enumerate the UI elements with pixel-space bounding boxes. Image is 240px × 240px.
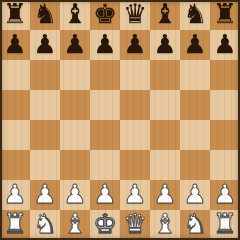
square-b4[interactable]	[30, 120, 60, 150]
piece-black-knight[interactable]: ♞	[183, 0, 207, 29]
square-e5[interactable]	[120, 90, 150, 120]
square-d8[interactable]: ♚	[90, 0, 120, 30]
square-b7[interactable]: ♟	[30, 30, 60, 60]
piece-black-pawn[interactable]: ♟	[123, 29, 146, 59]
piece-black-pawn[interactable]: ♟	[3, 29, 26, 59]
square-b3[interactable]	[30, 150, 60, 180]
square-c6[interactable]	[60, 60, 90, 90]
square-g4[interactable]	[180, 120, 210, 150]
square-c7[interactable]: ♟	[60, 30, 90, 60]
square-c8[interactable]: ♝	[60, 0, 90, 30]
square-a1[interactable]: ♜	[0, 210, 30, 240]
piece-white-pawn[interactable]: ♟	[183, 179, 206, 209]
piece-black-bishop[interactable]: ♝	[63, 0, 87, 29]
square-g7[interactable]: ♟	[180, 30, 210, 60]
piece-black-bishop[interactable]: ♝	[153, 0, 177, 29]
square-g6[interactable]	[180, 60, 210, 90]
square-a8[interactable]: ♜	[0, 0, 30, 30]
piece-black-king[interactable]: ♚	[93, 0, 117, 29]
piece-black-pawn[interactable]: ♟	[183, 29, 206, 59]
square-f4[interactable]	[150, 120, 180, 150]
square-e7[interactable]: ♟	[120, 30, 150, 60]
piece-white-pawn[interactable]: ♟	[213, 179, 236, 209]
piece-black-rook[interactable]: ♜	[213, 0, 237, 29]
square-g2[interactable]: ♟	[180, 180, 210, 210]
piece-white-pawn[interactable]: ♟	[63, 179, 86, 209]
piece-white-bishop[interactable]: ♝	[63, 209, 87, 239]
piece-white-knight[interactable]: ♞	[33, 209, 57, 239]
piece-black-rook[interactable]: ♜	[3, 0, 27, 29]
square-f1[interactable]: ♝	[150, 210, 180, 240]
piece-white-pawn[interactable]: ♟	[93, 179, 116, 209]
square-f3[interactable]	[150, 150, 180, 180]
square-e3[interactable]	[120, 150, 150, 180]
square-f6[interactable]	[150, 60, 180, 90]
square-g3[interactable]	[180, 150, 210, 180]
square-b6[interactable]	[30, 60, 60, 90]
piece-white-rook[interactable]: ♜	[3, 209, 27, 239]
square-a2[interactable]: ♟	[0, 180, 30, 210]
square-f2[interactable]: ♟	[150, 180, 180, 210]
square-d3[interactable]	[90, 150, 120, 180]
square-d5[interactable]	[90, 90, 120, 120]
square-b8[interactable]: ♞	[30, 0, 60, 30]
piece-black-pawn[interactable]: ♟	[63, 29, 86, 59]
square-a4[interactable]	[0, 120, 30, 150]
piece-white-pawn[interactable]: ♟	[33, 179, 56, 209]
square-c5[interactable]	[60, 90, 90, 120]
piece-white-pawn[interactable]: ♟	[3, 179, 26, 209]
piece-black-knight[interactable]: ♞	[33, 0, 57, 29]
piece-white-pawn[interactable]: ♟	[123, 179, 146, 209]
piece-black-pawn[interactable]: ♟	[213, 29, 236, 59]
square-h3[interactable]	[210, 150, 240, 180]
chess-board-area: ♜♞♝♚♛♝♞♜♟♟♟♟♟♟♟♟♟♟♟♟♟♟♟♟♜♞♝♚♛♝♞♜	[0, 0, 240, 240]
square-e4[interactable]	[120, 120, 150, 150]
piece-white-king[interactable]: ♚	[93, 209, 117, 239]
piece-white-bishop[interactable]: ♝	[153, 209, 177, 239]
square-h6[interactable]	[210, 60, 240, 90]
square-f5[interactable]	[150, 90, 180, 120]
chess-board: ♜♞♝♚♛♝♞♜♟♟♟♟♟♟♟♟♟♟♟♟♟♟♟♟♜♞♝♚♛♝♞♜	[0, 0, 240, 240]
square-d1[interactable]: ♚	[90, 210, 120, 240]
square-c4[interactable]	[60, 120, 90, 150]
square-d7[interactable]: ♟	[90, 30, 120, 60]
square-f7[interactable]: ♟	[150, 30, 180, 60]
piece-black-pawn[interactable]: ♟	[153, 29, 176, 59]
piece-white-queen[interactable]: ♛	[123, 209, 147, 239]
square-a5[interactable]	[0, 90, 30, 120]
square-a3[interactable]	[0, 150, 30, 180]
piece-black-pawn[interactable]: ♟	[93, 29, 116, 59]
square-e1[interactable]: ♛	[120, 210, 150, 240]
square-e8[interactable]: ♛	[120, 0, 150, 30]
square-c2[interactable]: ♟	[60, 180, 90, 210]
square-g5[interactable]	[180, 90, 210, 120]
square-b2[interactable]: ♟	[30, 180, 60, 210]
square-h2[interactable]: ♟	[210, 180, 240, 210]
square-f8[interactable]: ♝	[150, 0, 180, 30]
square-h4[interactable]	[210, 120, 240, 150]
piece-white-rook[interactable]: ♜	[213, 209, 237, 239]
square-c1[interactable]: ♝	[60, 210, 90, 240]
square-c3[interactable]	[60, 150, 90, 180]
square-h8[interactable]: ♜	[210, 0, 240, 30]
piece-black-queen[interactable]: ♛	[123, 0, 147, 29]
square-b1[interactable]: ♞	[30, 210, 60, 240]
square-h1[interactable]: ♜	[210, 210, 240, 240]
square-b5[interactable]	[30, 90, 60, 120]
piece-white-knight[interactable]: ♞	[183, 209, 207, 239]
square-a6[interactable]	[0, 60, 30, 90]
square-d6[interactable]	[90, 60, 120, 90]
square-d2[interactable]: ♟	[90, 180, 120, 210]
square-h7[interactable]: ♟	[210, 30, 240, 60]
square-e2[interactable]: ♟	[120, 180, 150, 210]
piece-black-pawn[interactable]: ♟	[33, 29, 56, 59]
square-g1[interactable]: ♞	[180, 210, 210, 240]
square-a7[interactable]: ♟	[0, 30, 30, 60]
piece-white-pawn[interactable]: ♟	[153, 179, 176, 209]
square-h5[interactable]	[210, 90, 240, 120]
square-g8[interactable]: ♞	[180, 0, 210, 30]
square-e6[interactable]	[120, 60, 150, 90]
square-d4[interactable]	[90, 120, 120, 150]
